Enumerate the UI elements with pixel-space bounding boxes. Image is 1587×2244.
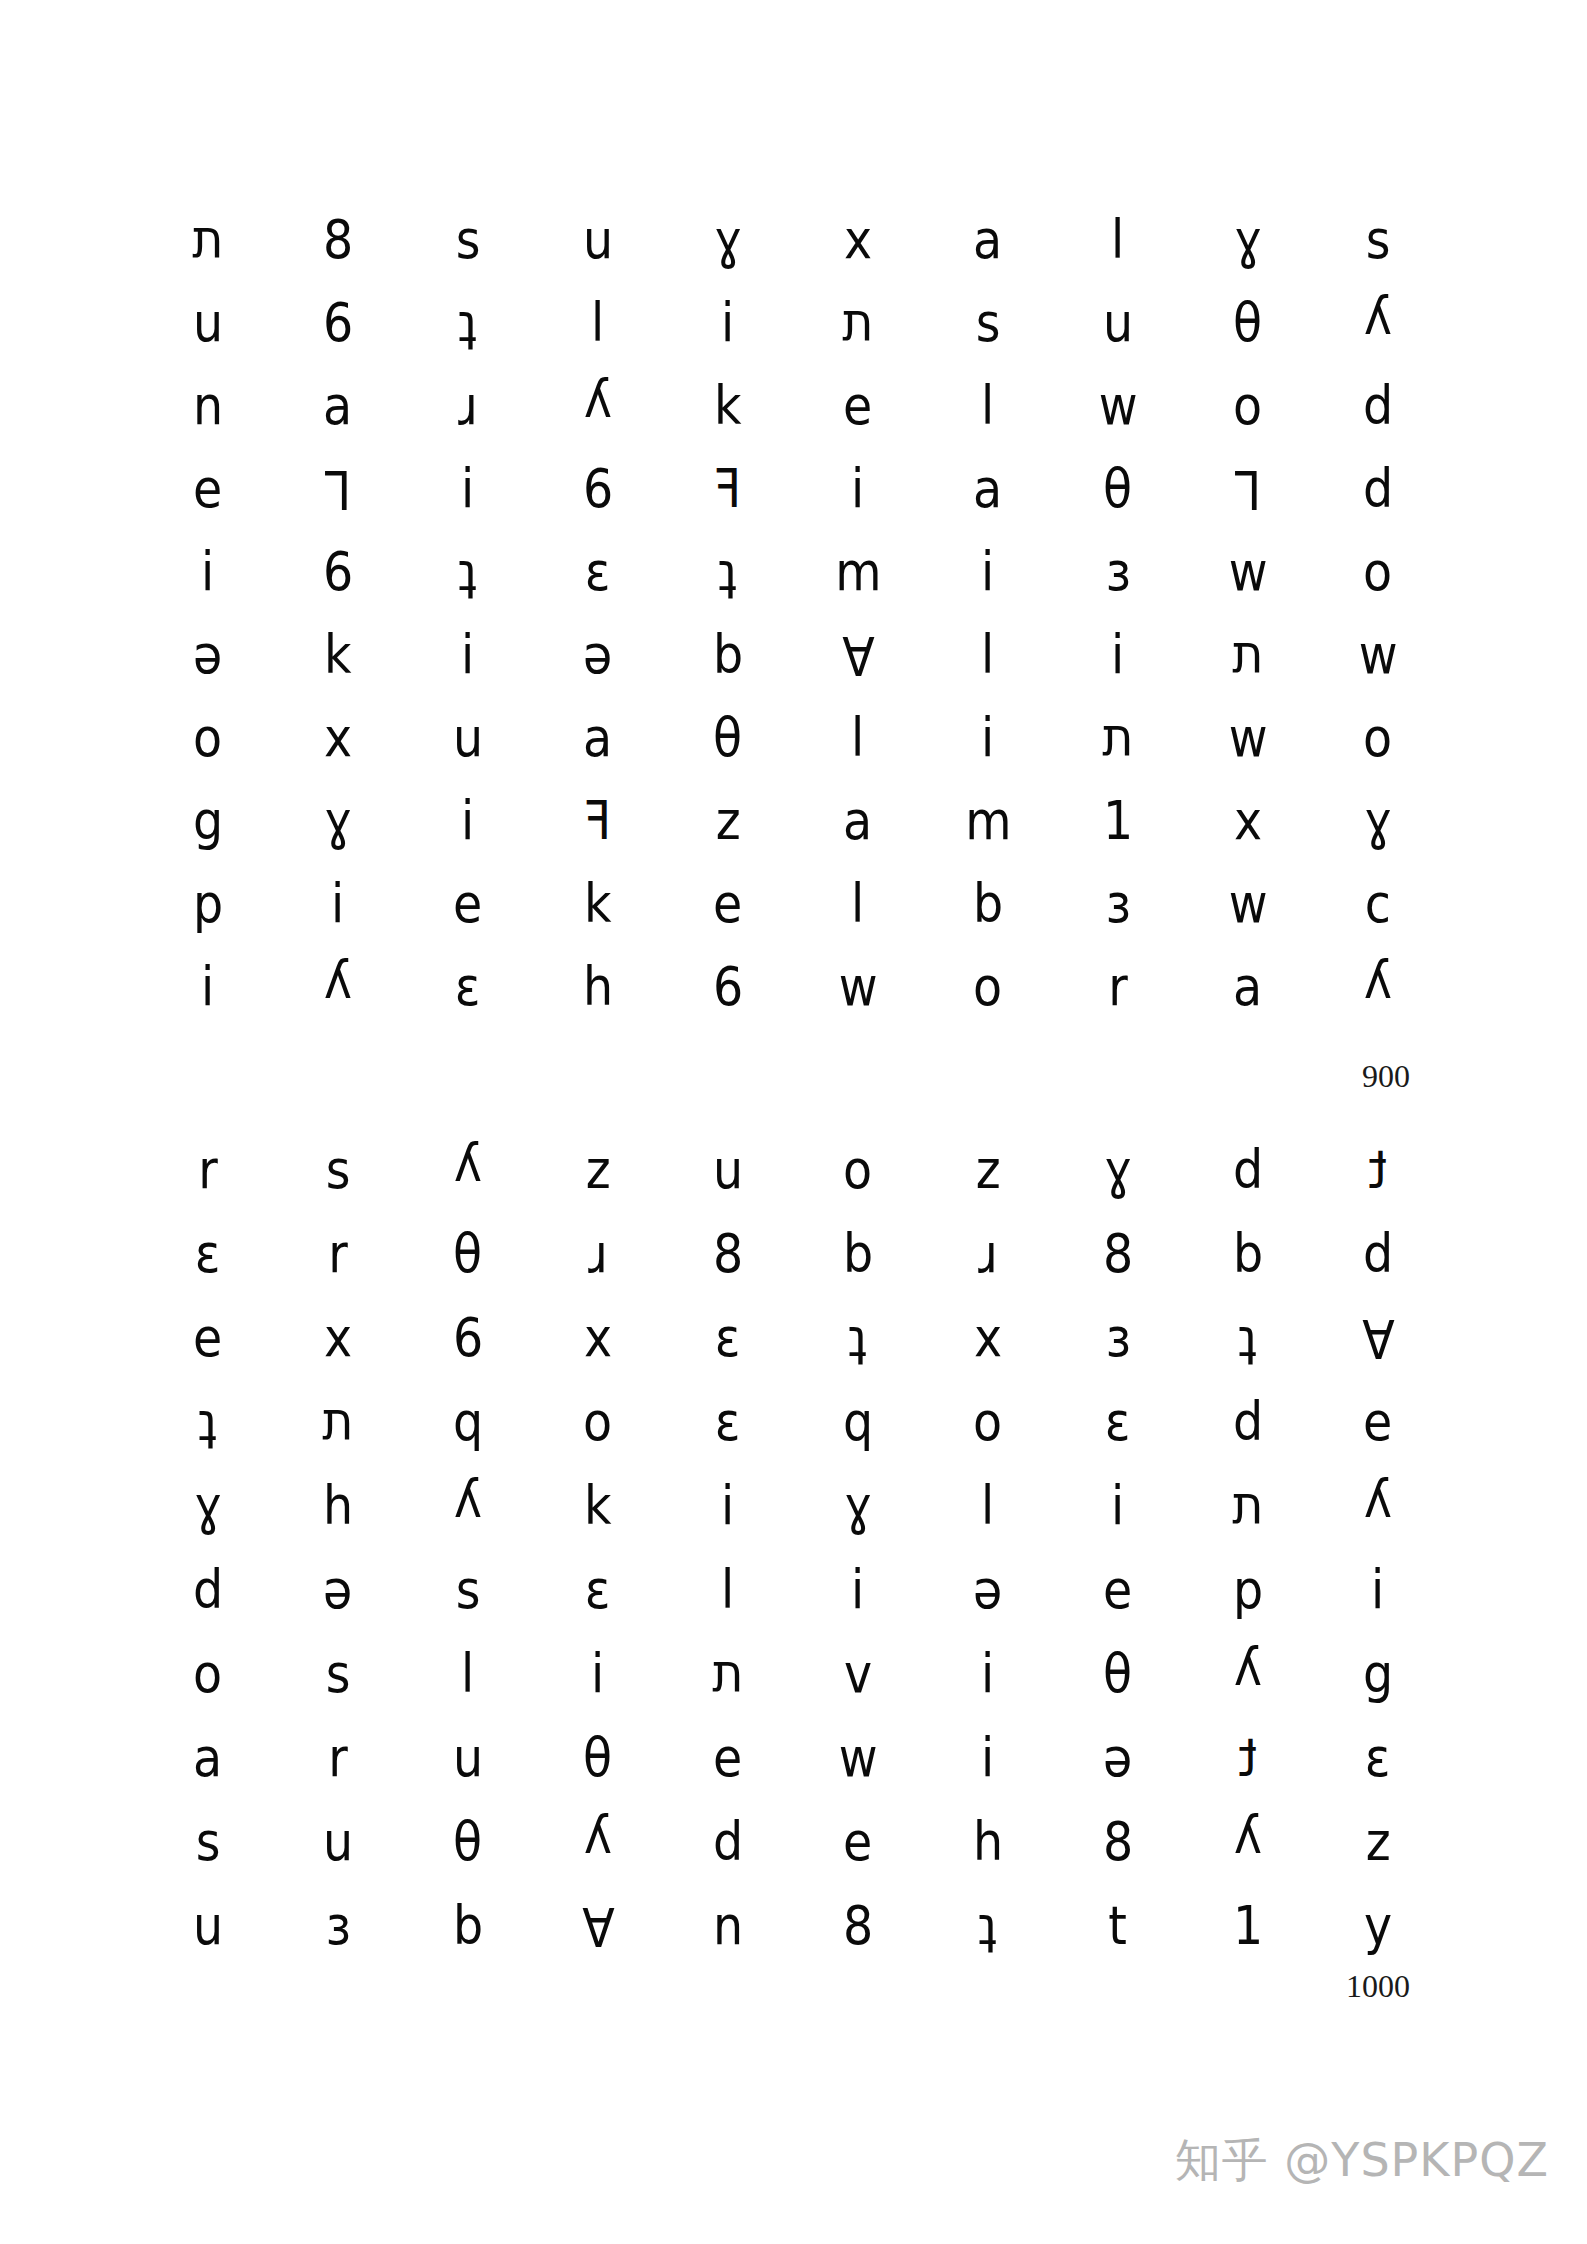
letter-glyph: ת	[712, 1647, 743, 1701]
letter-glyph: y	[584, 1815, 612, 1869]
grid-cell-b1-r2-c10: y	[1313, 281, 1443, 364]
grid-cell-b1-r6-c4: ə	[533, 613, 663, 696]
letter-glyph: y	[1234, 1815, 1262, 1869]
letter-glyph: o	[843, 1143, 872, 1197]
grid-cell-b1-r8-c8: 1	[1053, 779, 1183, 862]
grid-cell-b2-r4-c8: ɛ	[1053, 1380, 1183, 1464]
letter-glyph: ɹ	[588, 1227, 608, 1281]
grid-cell-b2-r4-c4: o	[533, 1380, 663, 1464]
letter-glyph: y	[584, 379, 612, 433]
grid-cell-b1-r9-c4: k	[533, 862, 663, 945]
grid-cell-b1-r3-c9: o	[1183, 364, 1313, 447]
letter-glyph: z	[716, 794, 741, 848]
letter-grid-block-2: rsyzuozɣdtɛrθɹ8bɹ8bdex6xɛʇxɜʇAʇתqoɛqoɛde…	[143, 1128, 1443, 1968]
letter-glyph: L	[325, 462, 351, 516]
grid-cell-b1-r8-c3: i	[403, 779, 533, 862]
grid-cell-b2-r5-c6: ɣ	[793, 1464, 923, 1548]
grid-cell-b1-r10-c1: i	[143, 945, 273, 1028]
letter-glyph: i	[981, 1647, 994, 1701]
letter-glyph: ת	[842, 296, 873, 350]
letter-glyph: b	[973, 877, 1003, 931]
letter-glyph: n	[713, 1899, 743, 1953]
letter-glyph: y	[1364, 960, 1392, 1014]
letter-glyph: u	[453, 711, 483, 765]
grid-cell-b1-r5-c6: m	[793, 530, 923, 613]
grid-cell-b2-r8-c1: a	[143, 1716, 273, 1800]
grid-cell-b2-r3-c7: x	[923, 1296, 1053, 1380]
letter-glyph: y	[1364, 296, 1392, 350]
letter-glyph: l	[981, 1479, 994, 1533]
grid-cell-b1-r5-c2: 6	[273, 530, 403, 613]
letter-glyph: ת	[1232, 1479, 1263, 1533]
grid-cell-b2-r6-c5: l	[663, 1548, 793, 1632]
letter-glyph: w	[839, 1731, 878, 1785]
letter-glyph: z	[586, 1143, 611, 1197]
letter-glyph: a	[323, 379, 352, 433]
grid-cell-b2-r5-c10: y	[1313, 1464, 1443, 1548]
letter-glyph: b	[843, 1227, 873, 1281]
grid-cell-b2-r9-c8: 8	[1053, 1800, 1183, 1884]
letter-glyph: ʇ	[199, 1395, 218, 1449]
grid-cell-b2-r9-c5: d	[663, 1800, 793, 1884]
grid-cell-b1-r4-c8: θ	[1053, 447, 1183, 530]
letter-glyph: θ	[453, 1815, 482, 1869]
grid-cell-b1-r5-c4: ɛ	[533, 530, 663, 613]
grid-cell-b1-r9-c10: c	[1313, 862, 1443, 945]
grid-cell-b2-r5-c9: ת	[1183, 1464, 1313, 1548]
letter-glyph: l	[981, 379, 994, 433]
letter-glyph: a	[193, 1731, 222, 1785]
grid-cell-b1-r10-c5: 6	[663, 945, 793, 1028]
letter-glyph: s	[456, 1563, 481, 1617]
grid-cell-b2-r9-c9: y	[1183, 1800, 1313, 1884]
grid-cell-b2-r5-c7: l	[923, 1464, 1053, 1548]
letter-glyph: d	[713, 1815, 743, 1869]
grid-cell-b2-r4-c7: o	[923, 1380, 1053, 1464]
letter-glyph: A	[842, 628, 875, 682]
grid-cell-b1-r1-c7: a	[923, 198, 1053, 281]
grid-cell-b2-r1-c4: z	[533, 1128, 663, 1212]
letter-glyph: m	[835, 545, 881, 599]
letter-glyph: A	[1362, 1311, 1395, 1365]
grid-cell-b1-r8-c1: g	[143, 779, 273, 862]
grid-cell-b2-r6-c2: ə	[273, 1548, 403, 1632]
grid-cell-b1-r8-c2: ɣ	[273, 779, 403, 862]
grid-cell-b1-r8-c10: ɣ	[1313, 779, 1443, 862]
grid-cell-b2-r4-c5: ɛ	[663, 1380, 793, 1464]
letter-glyph: ɛ	[585, 1563, 611, 1617]
letter-glyph: y	[1364, 1899, 1392, 1953]
letter-glyph: x	[324, 711, 352, 765]
letter-glyph: ʇ	[459, 545, 478, 599]
grid-cell-b2-r4-c3: q	[403, 1380, 533, 1464]
grid-cell-b2-r10-c2: ɜ	[273, 1884, 403, 1968]
grid-cell-b2-r5-c4: k	[533, 1464, 663, 1548]
letter-glyph: g	[193, 794, 223, 848]
grid-cell-b1-r4-c4: 6	[533, 447, 663, 530]
grid-cell-b1-r3-c6: e	[793, 364, 923, 447]
grid-cell-b2-r2-c3: θ	[403, 1212, 533, 1296]
grid-cell-b1-r6-c8: i	[1053, 613, 1183, 696]
grid-cell-b2-r3-c1: e	[143, 1296, 273, 1380]
grid-cell-b1-r4-c5: F	[663, 447, 793, 530]
letter-glyph: h	[583, 960, 613, 1014]
grid-cell-b2-r1-c5: u	[663, 1128, 793, 1212]
grid-cell-b2-r6-c8: e	[1053, 1548, 1183, 1632]
letter-glyph: ʇ	[459, 296, 478, 350]
grid-cell-b1-r6-c1: ə	[143, 613, 273, 696]
letter-glyph: θ	[1103, 462, 1132, 516]
letter-glyph: ɛ	[585, 545, 611, 599]
grid-cell-b1-r4-c2: L	[273, 447, 403, 530]
grid-cell-b2-r8-c10: ɛ	[1313, 1716, 1443, 1800]
grid-cell-b1-r7-c10: o	[1313, 696, 1443, 779]
letter-glyph: 1	[1233, 1899, 1263, 1953]
letter-glyph: 8	[323, 213, 353, 267]
grid-cell-b2-r10-c9: 1	[1183, 1884, 1313, 1968]
grid-cell-b1-r5-c7: i	[923, 530, 1053, 613]
grid-cell-b2-r7-c4: i	[533, 1632, 663, 1716]
letter-glyph: 6	[323, 545, 353, 599]
grid-cell-b1-r4-c7: a	[923, 447, 1053, 530]
letter-glyph: d	[1363, 379, 1393, 433]
letter-glyph: ʇ	[979, 1899, 998, 1953]
grid-cell-b1-r1-c2: 8	[273, 198, 403, 281]
letter-glyph: i	[461, 794, 474, 848]
letter-glyph: i	[851, 1563, 864, 1617]
letter-glyph: o	[1233, 379, 1262, 433]
letter-glyph: u	[193, 1899, 223, 1953]
grid-cell-b2-r2-c4: ɹ	[533, 1212, 663, 1296]
grid-cell-b2-r8-c7: i	[923, 1716, 1053, 1800]
grid-cell-b2-r2-c1: ɛ	[143, 1212, 273, 1296]
letter-glyph: a	[973, 462, 1002, 516]
grid-cell-b1-r1-c1: ת	[143, 198, 273, 281]
letter-glyph: w	[1229, 877, 1268, 931]
letter-glyph: y	[454, 1479, 482, 1533]
grid-cell-b1-r3-c4: y	[533, 364, 663, 447]
grid-cell-b2-r4-c10: e	[1313, 1380, 1443, 1464]
letter-glyph: y	[454, 1143, 482, 1197]
grid-cell-b1-r1-c3: s	[403, 198, 533, 281]
letter-glyph: A	[582, 1899, 615, 1953]
letter-glyph: i	[1111, 628, 1124, 682]
letter-glyph: y	[1364, 1479, 1392, 1533]
letter-glyph: i	[1111, 1479, 1124, 1533]
letter-glyph: l	[461, 1647, 474, 1701]
letter-glyph: a	[583, 711, 612, 765]
letter-glyph: l	[591, 296, 604, 350]
grid-cell-b1-r3-c2: a	[273, 364, 403, 447]
grid-cell-b2-r7-c6: v	[793, 1632, 923, 1716]
grid-cell-b1-r8-c9: x	[1183, 779, 1313, 862]
grid-cell-b1-r10-c6: w	[793, 945, 923, 1028]
letter-glyph: a	[1233, 960, 1262, 1014]
grid-cell-b2-r8-c3: u	[403, 1716, 533, 1800]
grid-cell-b2-r5-c1: ɣ	[143, 1464, 273, 1548]
grid-cell-b2-r7-c8: θ	[1053, 1632, 1183, 1716]
letter-glyph: ת	[1232, 628, 1263, 682]
grid-cell-b1-r6-c6: A	[793, 613, 923, 696]
grid-cell-b2-r6-c10: i	[1313, 1548, 1443, 1632]
letter-glyph: l	[721, 1563, 734, 1617]
letter-glyph: z	[1366, 1815, 1391, 1869]
letter-glyph: e	[713, 1731, 742, 1785]
grid-cell-b1-r10-c8: r	[1053, 945, 1183, 1028]
grid-cell-b1-r8-c4: F	[533, 779, 663, 862]
letter-glyph: s	[196, 1815, 221, 1869]
letter-glyph: e	[193, 462, 222, 516]
grid-cell-b1-r2-c7: s	[923, 281, 1053, 364]
grid-cell-b2-r8-c9: t	[1183, 1716, 1313, 1800]
grid-cell-b1-r7-c7: i	[923, 696, 1053, 779]
grid-cell-b1-r1-c4: u	[533, 198, 663, 281]
letter-glyph: s	[1366, 213, 1391, 267]
grid-cell-b1-r7-c5: θ	[663, 696, 793, 779]
letter-glyph: w	[1229, 711, 1268, 765]
letter-glyph: d	[1363, 462, 1393, 516]
letter-glyph: r	[328, 1227, 348, 1281]
letter-glyph: w	[1099, 379, 1138, 433]
grid-cell-b2-r10-c5: n	[663, 1884, 793, 1968]
grid-cell-b1-r5-c10: o	[1313, 530, 1443, 613]
grid-cell-b1-r9-c5: e	[663, 862, 793, 945]
grid-cell-b1-r6-c5: b	[663, 613, 793, 696]
grid-cell-b1-r2-c9: θ	[1183, 281, 1313, 364]
letter-glyph: ʇ	[849, 1311, 868, 1365]
letter-glyph: θ	[1233, 296, 1262, 350]
letter-glyph: z	[976, 1143, 1001, 1197]
grid-cell-b1-r2-c6: ת	[793, 281, 923, 364]
grid-cell-b1-r2-c1: u	[143, 281, 273, 364]
letter-glyph: i	[721, 1479, 734, 1533]
grid-cell-b1-r8-c7: m	[923, 779, 1053, 862]
grid-cell-b1-r9-c2: i	[273, 862, 403, 945]
grid-cell-b1-r10-c10: y	[1313, 945, 1443, 1028]
letter-glyph: b	[713, 628, 743, 682]
grid-cell-b1-r5-c8: ɜ	[1053, 530, 1183, 613]
letter-glyph: ə	[323, 1563, 352, 1617]
letter-glyph: o	[1363, 545, 1392, 599]
letter-glyph: h	[973, 1815, 1003, 1869]
letter-glyph: ɣ	[1104, 1143, 1132, 1197]
letter-glyph: i	[981, 1731, 994, 1785]
letter-glyph: ɹ	[978, 1227, 998, 1281]
grid-cell-b2-r6-c7: ə	[923, 1548, 1053, 1632]
grid-cell-b2-r10-c4: A	[533, 1884, 663, 1968]
grid-cell-b1-r7-c8: ת	[1053, 696, 1183, 779]
grid-cell-b2-r3-c3: 6	[403, 1296, 533, 1380]
letter-glyph: a	[973, 213, 1002, 267]
letter-glyph: b	[453, 1899, 483, 1953]
zhihu-watermark: 知乎 @YSPKPQZ	[1175, 2130, 1549, 2192]
letter-glyph: ɜ	[1105, 1311, 1130, 1365]
grid-cell-b1-r7-c9: w	[1183, 696, 1313, 779]
grid-cell-b2-r2-c6: b	[793, 1212, 923, 1296]
letter-glyph: x	[1234, 794, 1262, 848]
letter-grid-block-1: ת8suɣxalɣsu6ʇliתsuθynaɹykelwodeLi6FiaθLd…	[143, 198, 1443, 1028]
grid-cell-b1-r6-c7: l	[923, 613, 1053, 696]
grid-cell-b1-r4-c6: i	[793, 447, 923, 530]
letter-glyph: k	[584, 1479, 612, 1533]
letter-glyph: p	[193, 877, 223, 931]
grid-cell-b1-r10-c3: ɛ	[403, 945, 533, 1028]
grid-cell-b1-r7-c3: u	[403, 696, 533, 779]
letter-glyph: w	[1229, 545, 1268, 599]
grid-cell-b2-r7-c9: y	[1183, 1632, 1313, 1716]
letter-glyph: u	[583, 213, 613, 267]
letter-glyph: i	[201, 545, 214, 599]
letter-glyph: l	[851, 877, 864, 931]
letter-glyph: ɛ	[455, 960, 481, 1014]
grid-cell-b2-r2-c7: ɹ	[923, 1212, 1053, 1296]
grid-cell-b2-r6-c3: s	[403, 1548, 533, 1632]
grid-cell-b1-r2-c3: ʇ	[403, 281, 533, 364]
grid-cell-b1-r6-c3: i	[403, 613, 533, 696]
letter-glyph: r	[198, 1143, 218, 1197]
grid-cell-b1-r9-c3: e	[403, 862, 533, 945]
grid-cell-b2-r4-c9: d	[1183, 1380, 1313, 1464]
letter-glyph: i	[591, 1647, 604, 1701]
grid-cell-b2-r10-c10: y	[1313, 1884, 1443, 1968]
grid-cell-b2-r9-c7: h	[923, 1800, 1053, 1884]
letter-glyph: a	[843, 794, 872, 848]
letter-glyph: o	[1363, 711, 1392, 765]
grid-cell-b2-r9-c2: u	[273, 1800, 403, 1884]
grid-cell-b2-r7-c7: i	[923, 1632, 1053, 1716]
letter-glyph: s	[326, 1647, 351, 1701]
letter-glyph: k	[584, 877, 612, 931]
grid-cell-b1-r3-c5: k	[663, 364, 793, 447]
letter-glyph: x	[584, 1311, 612, 1365]
letter-glyph: ʇ	[719, 545, 738, 599]
grid-cell-b1-r6-c10: w	[1313, 613, 1443, 696]
letter-glyph: ɜ	[1105, 545, 1130, 599]
grid-cell-b2-r3-c6: ʇ	[793, 1296, 923, 1380]
grid-cell-b2-r2-c5: 8	[663, 1212, 793, 1296]
grid-cell-b2-r2-c10: d	[1313, 1212, 1443, 1296]
letter-glyph: e	[193, 1311, 222, 1365]
letter-glyph: i	[851, 462, 864, 516]
letter-glyph: t	[1239, 1731, 1258, 1785]
letter-glyph: u	[713, 1143, 743, 1197]
letter-glyph: ɹ	[458, 379, 478, 433]
letter-glyph: ת	[322, 1395, 353, 1449]
letter-glyph: ɣ	[324, 794, 352, 848]
letter-glyph: ת	[192, 213, 223, 267]
letter-glyph: r	[328, 1731, 348, 1785]
letter-glyph: v	[844, 1647, 872, 1701]
grid-cell-b2-r2-c9: b	[1183, 1212, 1313, 1296]
grid-cell-b2-r3-c8: ɜ	[1053, 1296, 1183, 1380]
grid-cell-b2-r6-c9: p	[1183, 1548, 1313, 1632]
letter-glyph: ɣ	[714, 213, 742, 267]
letter-glyph: o	[193, 711, 222, 765]
grid-cell-b2-r5-c2: h	[273, 1464, 403, 1548]
grid-cell-b2-r1-c6: o	[793, 1128, 923, 1212]
letter-glyph: s	[456, 213, 481, 267]
grid-cell-b1-r5-c5: ʇ	[663, 530, 793, 613]
letter-glyph: ə	[193, 628, 222, 682]
letter-glyph: o	[193, 1647, 222, 1701]
grid-cell-b1-r7-c1: o	[143, 696, 273, 779]
grid-cell-b1-r10-c9: a	[1183, 945, 1313, 1028]
letter-glyph: e	[1103, 1563, 1132, 1617]
letter-glyph: ɛ	[715, 1395, 741, 1449]
grid-cell-b1-r3-c1: n	[143, 364, 273, 447]
letter-glyph: F	[584, 794, 611, 848]
letter-glyph: d	[1363, 1227, 1393, 1281]
letter-glyph: ת	[1102, 711, 1133, 765]
grid-cell-b2-r2-c8: 8	[1053, 1212, 1183, 1296]
letter-glyph: r	[1108, 960, 1128, 1014]
letter-glyph: b	[1233, 1227, 1263, 1281]
letter-glyph: e	[843, 379, 872, 433]
letter-glyph: ə	[583, 628, 612, 682]
grid-cell-b1-r7-c4: a	[533, 696, 663, 779]
grid-cell-b1-r4-c1: e	[143, 447, 273, 530]
letter-glyph: e	[1363, 1395, 1392, 1449]
letter-glyph: 8	[1103, 1227, 1133, 1281]
grid-cell-b2-r7-c1: o	[143, 1632, 273, 1716]
grid-cell-b1-r1-c8: l	[1053, 198, 1183, 281]
grid-cell-b2-r5-c8: i	[1053, 1464, 1183, 1548]
letter-glyph: L	[1235, 462, 1261, 516]
letter-glyph: θ	[583, 1731, 612, 1785]
letter-glyph: d	[193, 1563, 223, 1617]
grid-cell-b2-r8-c4: θ	[533, 1716, 663, 1800]
grid-cell-b1-r7-c2: x	[273, 696, 403, 779]
grid-cell-b2-r10-c6: 8	[793, 1884, 923, 1968]
grid-cell-b2-r4-c2: ת	[273, 1380, 403, 1464]
letter-glyph: 8	[1103, 1815, 1133, 1869]
letter-glyph: y	[324, 960, 352, 1014]
grid-cell-b2-r9-c3: θ	[403, 1800, 533, 1884]
grid-cell-b1-r5-c1: i	[143, 530, 273, 613]
letter-glyph: F	[714, 462, 741, 516]
letter-glyph: c	[1365, 877, 1391, 931]
letter-glyph: ɜ	[325, 1899, 350, 1953]
grid-cell-b2-r3-c10: A	[1313, 1296, 1443, 1380]
letter-glyph: i	[981, 545, 994, 599]
letter-glyph: k	[324, 628, 352, 682]
grid-cell-b1-r9-c8: ɜ	[1053, 862, 1183, 945]
grid-cell-b1-r4-c10: d	[1313, 447, 1443, 530]
grid-cell-b2-r10-c1: u	[143, 1884, 273, 1968]
letter-glyph: x	[974, 1311, 1002, 1365]
letter-glyph: e	[713, 877, 742, 931]
grid-cell-b2-r3-c9: ʇ	[1183, 1296, 1313, 1380]
letter-glyph: k	[714, 379, 742, 433]
letter-glyph: 8	[843, 1899, 873, 1953]
grid-cell-b2-r10-c7: ʇ	[923, 1884, 1053, 1968]
letter-glyph: θ	[713, 711, 742, 765]
letter-glyph: u	[453, 1731, 483, 1785]
grid-cell-b1-r9-c1: p	[143, 862, 273, 945]
letter-glyph: m	[965, 794, 1011, 848]
grid-cell-b1-r2-c8: u	[1053, 281, 1183, 364]
grid-cell-b2-r1-c3: y	[403, 1128, 533, 1212]
letter-glyph: w	[1359, 628, 1398, 682]
letter-glyph: o	[583, 1395, 612, 1449]
letter-glyph: 6	[323, 296, 353, 350]
grid-cell-b1-r10-c2: y	[273, 945, 403, 1028]
letter-glyph: ɛ	[195, 1227, 221, 1281]
grid-cell-b1-r3-c8: w	[1053, 364, 1183, 447]
grid-cell-b2-r1-c8: ɣ	[1053, 1128, 1183, 1212]
letter-glyph: 6	[583, 462, 613, 516]
grid-cell-b2-r9-c10: z	[1313, 1800, 1443, 1884]
